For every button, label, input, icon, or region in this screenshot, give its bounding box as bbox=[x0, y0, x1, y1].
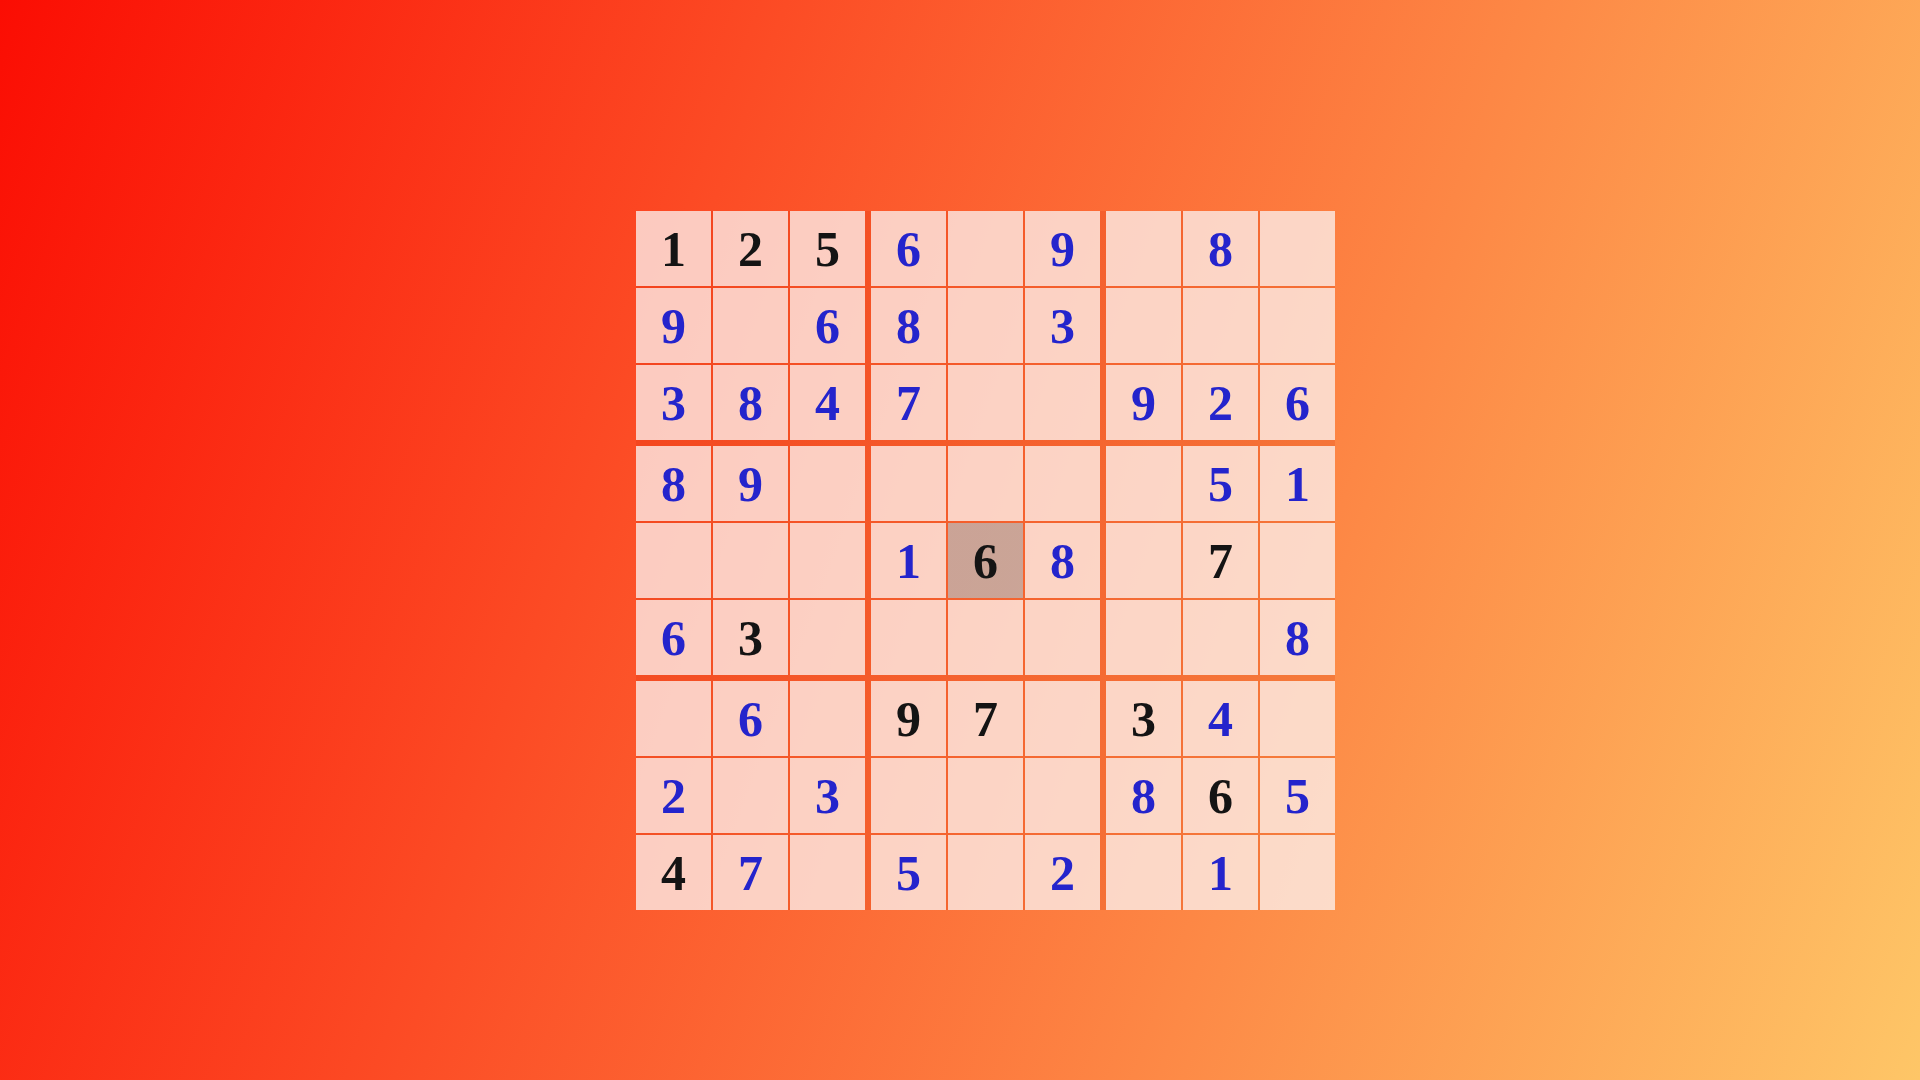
cell-r5c9[interactable] bbox=[1260, 523, 1335, 598]
cell-r6c7[interactable] bbox=[1106, 600, 1181, 675]
box-1-2: 69837 bbox=[871, 211, 1100, 440]
cell-r6c1[interactable]: 6 bbox=[636, 600, 711, 675]
cell-r3c5[interactable] bbox=[948, 365, 1023, 440]
cell-r9c5[interactable] bbox=[948, 835, 1023, 910]
cell-r1c3[interactable]: 5 bbox=[790, 211, 865, 286]
cell-r8c4[interactable] bbox=[871, 758, 946, 833]
cell-r4c5[interactable] bbox=[948, 446, 1023, 521]
cell-r7c6[interactable] bbox=[1025, 681, 1100, 756]
cell-r8c8[interactable]: 6 bbox=[1183, 758, 1258, 833]
cell-r9c7[interactable] bbox=[1106, 835, 1181, 910]
cell-r4c9[interactable]: 1 bbox=[1260, 446, 1335, 521]
cell-r3c4[interactable]: 7 bbox=[871, 365, 946, 440]
cell-r6c3[interactable] bbox=[790, 600, 865, 675]
cell-r4c8[interactable]: 5 bbox=[1183, 446, 1258, 521]
cell-r1c1[interactable]: 1 bbox=[636, 211, 711, 286]
sudoku-board: 1259638469837892689631685178623479752348… bbox=[636, 211, 1335, 910]
cell-r1c4[interactable]: 6 bbox=[871, 211, 946, 286]
cell-r2c9[interactable] bbox=[1260, 288, 1335, 363]
cell-r7c3[interactable] bbox=[790, 681, 865, 756]
cell-r9c9[interactable] bbox=[1260, 835, 1335, 910]
box-1-1: 12596384 bbox=[636, 211, 865, 440]
cell-r2c8[interactable] bbox=[1183, 288, 1258, 363]
cell-r1c6[interactable]: 9 bbox=[1025, 211, 1100, 286]
cell-r7c5[interactable]: 7 bbox=[948, 681, 1023, 756]
cell-r2c3[interactable]: 6 bbox=[790, 288, 865, 363]
cell-r6c9[interactable]: 8 bbox=[1260, 600, 1335, 675]
cell-r6c5[interactable] bbox=[948, 600, 1023, 675]
cell-r8c5[interactable] bbox=[948, 758, 1023, 833]
box-3-3: 348651 bbox=[1106, 681, 1335, 910]
cell-r2c7[interactable] bbox=[1106, 288, 1181, 363]
cell-r3c2[interactable]: 8 bbox=[713, 365, 788, 440]
cell-r3c6[interactable] bbox=[1025, 365, 1100, 440]
cell-r7c7[interactable]: 3 bbox=[1106, 681, 1181, 756]
cell-r5c2[interactable] bbox=[713, 523, 788, 598]
cell-r3c7[interactable]: 9 bbox=[1106, 365, 1181, 440]
cell-r7c4[interactable]: 9 bbox=[871, 681, 946, 756]
cell-r5c8[interactable]: 7 bbox=[1183, 523, 1258, 598]
box-3-1: 62347 bbox=[636, 681, 865, 910]
cell-r7c1[interactable] bbox=[636, 681, 711, 756]
cell-r2c5[interactable] bbox=[948, 288, 1023, 363]
cell-r3c1[interactable]: 3 bbox=[636, 365, 711, 440]
cell-r5c5[interactable]: 6 bbox=[948, 523, 1023, 598]
cell-r9c2[interactable]: 7 bbox=[713, 835, 788, 910]
cell-r9c3[interactable] bbox=[790, 835, 865, 910]
cell-r7c9[interactable] bbox=[1260, 681, 1335, 756]
cell-r4c3[interactable] bbox=[790, 446, 865, 521]
cell-r3c9[interactable]: 6 bbox=[1260, 365, 1335, 440]
cell-r4c7[interactable] bbox=[1106, 446, 1181, 521]
cell-r4c4[interactable] bbox=[871, 446, 946, 521]
cell-r6c8[interactable] bbox=[1183, 600, 1258, 675]
cell-r5c7[interactable] bbox=[1106, 523, 1181, 598]
cell-r9c4[interactable]: 5 bbox=[871, 835, 946, 910]
box-2-3: 5178 bbox=[1106, 446, 1335, 675]
cell-r4c1[interactable]: 8 bbox=[636, 446, 711, 521]
box-2-1: 8963 bbox=[636, 446, 865, 675]
cell-r1c8[interactable]: 8 bbox=[1183, 211, 1258, 286]
cell-r2c1[interactable]: 9 bbox=[636, 288, 711, 363]
box-2-2: 168 bbox=[871, 446, 1100, 675]
cell-r7c8[interactable]: 4 bbox=[1183, 681, 1258, 756]
cell-r2c4[interactable]: 8 bbox=[871, 288, 946, 363]
box-3-2: 9752 bbox=[871, 681, 1100, 910]
cell-r3c8[interactable]: 2 bbox=[1183, 365, 1258, 440]
cell-r7c2[interactable]: 6 bbox=[713, 681, 788, 756]
cell-r5c6[interactable]: 8 bbox=[1025, 523, 1100, 598]
cell-r5c3[interactable] bbox=[790, 523, 865, 598]
cell-r8c2[interactable] bbox=[713, 758, 788, 833]
cell-r9c8[interactable]: 1 bbox=[1183, 835, 1258, 910]
cell-r5c4[interactable]: 1 bbox=[871, 523, 946, 598]
cell-r9c1[interactable]: 4 bbox=[636, 835, 711, 910]
cell-r1c7[interactable] bbox=[1106, 211, 1181, 286]
cell-r1c5[interactable] bbox=[948, 211, 1023, 286]
cell-r6c4[interactable] bbox=[871, 600, 946, 675]
cell-r8c1[interactable]: 2 bbox=[636, 758, 711, 833]
cell-r6c2[interactable]: 3 bbox=[713, 600, 788, 675]
cell-r4c2[interactable]: 9 bbox=[713, 446, 788, 521]
cell-r9c6[interactable]: 2 bbox=[1025, 835, 1100, 910]
cell-r8c3[interactable]: 3 bbox=[790, 758, 865, 833]
cell-r2c6[interactable]: 3 bbox=[1025, 288, 1100, 363]
cell-r8c6[interactable] bbox=[1025, 758, 1100, 833]
cell-r5c1[interactable] bbox=[636, 523, 711, 598]
cell-r1c9[interactable] bbox=[1260, 211, 1335, 286]
cell-r6c6[interactable] bbox=[1025, 600, 1100, 675]
box-1-3: 8926 bbox=[1106, 211, 1335, 440]
cell-r2c2[interactable] bbox=[713, 288, 788, 363]
cell-r4c6[interactable] bbox=[1025, 446, 1100, 521]
cell-r3c3[interactable]: 4 bbox=[790, 365, 865, 440]
cell-r8c9[interactable]: 5 bbox=[1260, 758, 1335, 833]
cell-r1c2[interactable]: 2 bbox=[713, 211, 788, 286]
cell-r8c7[interactable]: 8 bbox=[1106, 758, 1181, 833]
